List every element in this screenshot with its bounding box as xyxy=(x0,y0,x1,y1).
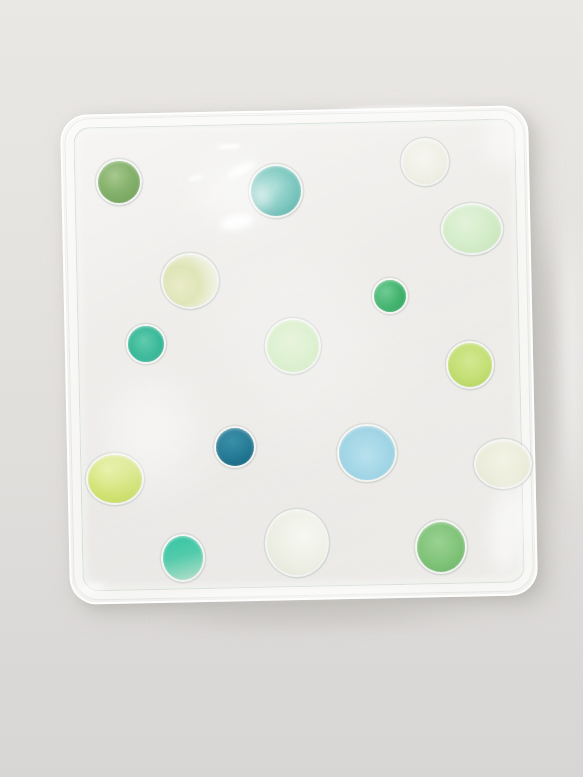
dot-chartreuse-left xyxy=(88,455,142,503)
dot-sky-blue xyxy=(339,426,395,480)
photo-scene xyxy=(0,0,583,777)
dot-teal-small-left xyxy=(128,326,164,362)
dot-ivory-right xyxy=(476,441,530,487)
dot-turquoise-bottom-left xyxy=(163,536,203,580)
dot-pale-mint-center xyxy=(267,320,319,372)
dot-yellow-green-right xyxy=(448,343,492,387)
dot-clear-white-bottom xyxy=(267,511,327,575)
dot-green-bottom-right xyxy=(417,522,465,572)
dot-sage-green-top-left xyxy=(98,161,140,203)
dot-pale-green-top-right xyxy=(443,205,501,253)
dot-emerald-small xyxy=(374,280,406,312)
dot-aqua-top xyxy=(251,166,301,216)
dot-dark-teal xyxy=(216,428,254,466)
dot-pale-yellow-swirl xyxy=(163,255,217,307)
dot-white-top-right xyxy=(403,140,447,184)
